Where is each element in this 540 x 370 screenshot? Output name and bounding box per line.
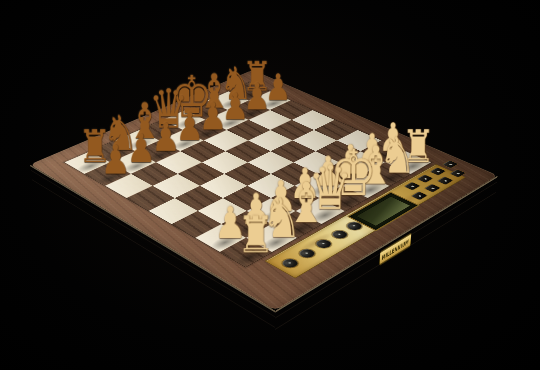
panel-round-button-4[interactable] — [330, 229, 350, 240]
photo-background: ♜♞♝♛♚♝♞♜♟♟♟♟♟♟♟♟♟♟♟♟♟♟♟♟♜♞♝♛♚♝♞♜ MILLENN… — [0, 0, 540, 370]
panel-square-button-7[interactable] — [437, 177, 453, 185]
black-pawn[interactable]: ♟ — [87, 140, 144, 180]
board-top-face: ♜♞♝♛♚♝♞♜♟♟♟♟♟♟♟♟♟♟♟♟♟♟♟♟♜♞♝♛♚♝♞♜ — [30, 70, 498, 311]
white-rook[interactable]: ♜ — [224, 209, 288, 260]
panel-square-button-8[interactable] — [450, 169, 465, 177]
panel-round-button-1[interactable] — [280, 257, 301, 269]
panel-square-button-3[interactable] — [430, 168, 445, 176]
panel-round-button-3[interactable] — [313, 238, 334, 249]
panel-square-button-5[interactable] — [411, 192, 427, 200]
chess-computer: ♜♞♝♛♚♝♞♜♟♟♟♟♟♟♟♟♟♟♟♟♟♟♟♟♜♞♝♛♚♝♞♜ MILLENN… — [30, 70, 498, 311]
panel-round-button-5[interactable] — [344, 221, 364, 232]
panel-round-button-2[interactable] — [297, 248, 318, 260]
panel-square-button-6[interactable] — [424, 184, 440, 192]
square-a1[interactable]: ♜ — [220, 238, 272, 267]
panel-square-button-1[interactable] — [404, 182, 420, 190]
